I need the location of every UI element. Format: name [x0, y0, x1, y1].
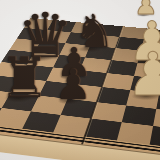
chess-set-photo: 12345678 ♟♞♛♟♟♟♜♟ — [0, 0, 160, 160]
pieces-layer: ♟♞♛♟♟♟♜♟ — [0, 0, 160, 160]
piece-black-rook-b3: ♜ — [0, 56, 49, 100]
black-rook-glyph: ♜ — [0, 56, 49, 100]
piece-white-pawn-1-b7: ♟ — [126, 51, 160, 98]
piece-black-pawn-1-b4: ♟ — [54, 69, 92, 102]
white-pawn-1-glyph: ♟ — [126, 51, 160, 98]
black-pawn-1-glyph: ♟ — [54, 69, 92, 102]
